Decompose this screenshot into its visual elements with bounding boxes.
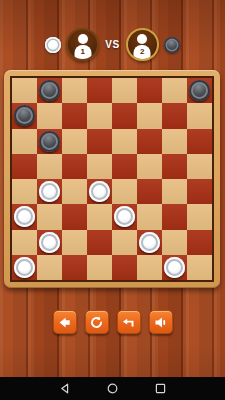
square-r2c8[interactable] <box>187 103 212 128</box>
board-frame <box>4 70 220 288</box>
square-r3c5[interactable] <box>112 129 137 154</box>
square-r7c1[interactable] <box>12 230 37 255</box>
person-icon: 1 <box>68 30 97 59</box>
white-man[interactable] <box>39 181 60 202</box>
square-r2c7[interactable] <box>162 103 187 128</box>
square-r1c1[interactable] <box>12 78 37 103</box>
square-r2c2[interactable] <box>37 103 62 128</box>
square-r3c6[interactable] <box>137 129 162 154</box>
square-r5c2[interactable] <box>37 179 62 204</box>
square-r4c1[interactable] <box>12 154 37 179</box>
square-r5c4[interactable] <box>87 179 112 204</box>
square-r7c2[interactable] <box>37 230 62 255</box>
square-r6c4[interactable] <box>87 204 112 229</box>
square-r2c4[interactable] <box>87 103 112 128</box>
square-r3c7[interactable] <box>162 129 187 154</box>
square-r8c1[interactable] <box>12 255 37 280</box>
square-r1c4[interactable] <box>87 78 112 103</box>
white-man[interactable] <box>39 232 60 253</box>
undo-arrow-icon <box>122 316 135 329</box>
white-man[interactable] <box>114 206 135 227</box>
black-man[interactable] <box>189 80 210 101</box>
checkers-board <box>10 76 214 282</box>
toolbar <box>0 310 225 334</box>
black-man[interactable] <box>14 105 35 126</box>
square-r5c8[interactable] <box>187 179 212 204</box>
vs-label: VS <box>105 39 119 50</box>
square-r8c6[interactable] <box>137 255 162 280</box>
square-r5c6[interactable] <box>137 179 162 204</box>
white-man[interactable] <box>164 257 185 278</box>
square-r8c4[interactable] <box>87 255 112 280</box>
player2-piece-icon <box>164 37 180 53</box>
square-r6c8[interactable] <box>187 204 212 229</box>
square-r7c5[interactable] <box>112 230 137 255</box>
square-r1c2[interactable] <box>37 78 62 103</box>
player2-avatar: 2 <box>126 28 159 61</box>
square-r7c4[interactable] <box>87 230 112 255</box>
square-r1c8[interactable] <box>187 78 212 103</box>
square-r1c7[interactable] <box>162 78 187 103</box>
white-man[interactable] <box>89 181 110 202</box>
square-r3c8[interactable] <box>187 129 212 154</box>
square-r1c3[interactable] <box>62 78 87 103</box>
square-r6c6[interactable] <box>137 204 162 229</box>
square-r6c2[interactable] <box>37 204 62 229</box>
black-man[interactable] <box>39 131 60 152</box>
square-r6c1[interactable] <box>12 204 37 229</box>
white-man[interactable] <box>14 257 35 278</box>
square-r7c7[interactable] <box>162 230 187 255</box>
square-r1c5[interactable] <box>112 78 137 103</box>
android-nav-bar <box>0 377 225 400</box>
square-r8c5[interactable] <box>112 255 137 280</box>
square-icon <box>155 383 166 394</box>
square-r6c5[interactable] <box>112 204 137 229</box>
nav-recents-button[interactable] <box>155 383 166 394</box>
speaker-icon <box>154 316 167 329</box>
square-r5c3[interactable] <box>62 179 87 204</box>
nav-back-button[interactable] <box>59 383 70 394</box>
square-r3c2[interactable] <box>37 129 62 154</box>
square-r6c3[interactable] <box>62 204 87 229</box>
triangle-icon <box>59 383 70 394</box>
sound-button[interactable] <box>149 310 173 334</box>
square-r4c2[interactable] <box>37 154 62 179</box>
square-r7c8[interactable] <box>187 230 212 255</box>
player1-avatar: 1 <box>66 28 99 61</box>
black-man[interactable] <box>39 80 60 101</box>
square-r3c4[interactable] <box>87 129 112 154</box>
square-r1c6[interactable] <box>137 78 162 103</box>
restart-icon <box>90 316 103 329</box>
undo-button[interactable] <box>117 310 141 334</box>
back-arrow-icon <box>58 316 71 329</box>
square-r2c6[interactable] <box>137 103 162 128</box>
square-r2c1[interactable] <box>12 103 37 128</box>
square-r3c1[interactable] <box>12 129 37 154</box>
circle-icon <box>107 383 118 394</box>
person-icon: 2 <box>128 30 157 59</box>
white-man[interactable] <box>14 206 35 227</box>
white-man[interactable] <box>139 232 160 253</box>
square-r7c6[interactable] <box>137 230 162 255</box>
square-r4c3[interactable] <box>62 154 87 179</box>
nav-home-button[interactable] <box>107 383 118 394</box>
player1-number: 1 <box>68 47 97 56</box>
restart-button[interactable] <box>85 310 109 334</box>
square-r5c5[interactable] <box>112 179 137 204</box>
square-r8c8[interactable] <box>187 255 212 280</box>
match-header: 1 VS 2 <box>0 28 225 61</box>
square-r4c8[interactable] <box>187 154 212 179</box>
square-r3c3[interactable] <box>62 129 87 154</box>
square-r5c7[interactable] <box>162 179 187 204</box>
square-r6c7[interactable] <box>162 204 187 229</box>
square-r5c1[interactable] <box>12 179 37 204</box>
back-button[interactable] <box>53 310 77 334</box>
player2-number: 2 <box>128 47 157 56</box>
square-r2c5[interactable] <box>112 103 137 128</box>
square-r7c3[interactable] <box>62 230 87 255</box>
square-r4c6[interactable] <box>137 154 162 179</box>
square-r4c5[interactable] <box>112 154 137 179</box>
square-r4c4[interactable] <box>87 154 112 179</box>
square-r2c3[interactable] <box>62 103 87 128</box>
square-r8c7[interactable] <box>162 255 187 280</box>
square-r4c7[interactable] <box>162 154 187 179</box>
square-r8c3[interactable] <box>62 255 87 280</box>
square-r8c2[interactable] <box>37 255 62 280</box>
checkers-app-screen: 1 VS 2 <box>0 0 225 400</box>
player1-piece-icon <box>45 37 61 53</box>
